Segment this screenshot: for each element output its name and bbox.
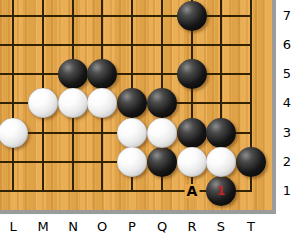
column-label: M: [32, 219, 54, 234]
stone-white: [117, 118, 147, 148]
board-frame: A1: [0, 0, 276, 214]
stone-white: [147, 118, 177, 148]
row-label: 6: [277, 37, 297, 52]
row-label: 5: [277, 66, 297, 81]
column-label: P: [121, 219, 143, 234]
stone-black: [206, 118, 236, 148]
go-board[interactable]: A1: [0, 0, 272, 210]
go-problem-diagram: A1 LMNOPQRST 7654321: [0, 0, 297, 244]
stone-white: [58, 88, 88, 118]
column-label: R: [181, 219, 203, 234]
column-label: O: [91, 219, 113, 234]
grid-line-horizontal: [0, 15, 252, 17]
column-label: Q: [151, 219, 173, 234]
move-number-mark: 1: [217, 185, 225, 197]
row-label: 4: [277, 95, 297, 110]
stone-white: [117, 147, 147, 177]
column-label: T: [240, 219, 262, 234]
stone-black: [87, 59, 117, 89]
row-label: 1: [277, 183, 297, 198]
stone-black: [177, 59, 207, 89]
stone-white: [177, 147, 207, 177]
point-letter-annotation: A: [185, 184, 200, 198]
column-label: S: [210, 219, 232, 234]
grid-line-vertical: [12, 0, 14, 192]
row-label: 2: [277, 154, 297, 169]
stone-black: [58, 59, 88, 89]
stone-black: [177, 118, 207, 148]
column-label: L: [2, 219, 24, 234]
column-label: N: [62, 219, 84, 234]
stone-black: [117, 88, 147, 118]
stone-white: [28, 88, 58, 118]
grid-line-horizontal: [0, 44, 252, 46]
stone-black: [177, 1, 207, 31]
row-label: 7: [277, 8, 297, 23]
stone-black: [147, 147, 177, 177]
stone-white: [87, 88, 117, 118]
grid-line-horizontal: [0, 73, 252, 75]
row-label: 3: [277, 125, 297, 140]
stone-white: [206, 147, 236, 177]
stone-black: [147, 88, 177, 118]
stone-black: [236, 147, 266, 177]
stone-white: [0, 118, 28, 148]
